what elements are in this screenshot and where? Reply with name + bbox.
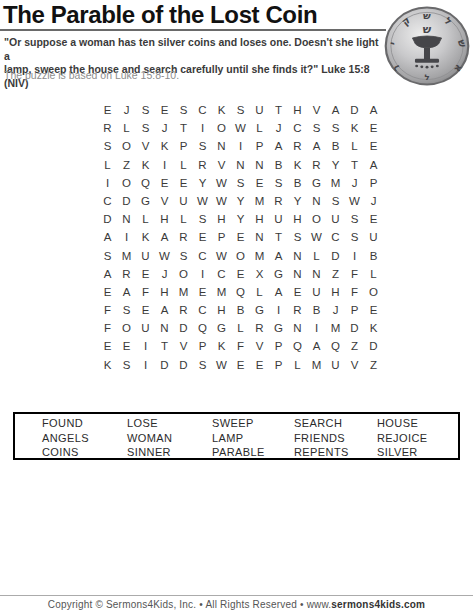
grid-cell-r10c8: E bbox=[231, 265, 250, 283]
footer-divider bbox=[0, 595, 473, 596]
word-list-item: REPENTS bbox=[294, 445, 377, 460]
grid-cell-r13c4: N bbox=[155, 319, 174, 337]
grid-cell-r4c4: I bbox=[155, 156, 174, 174]
grid-cell-r5c15: P bbox=[364, 174, 383, 192]
grid-cell-r15c1: K bbox=[98, 356, 117, 374]
grid-cell-r13c15: K bbox=[364, 319, 383, 337]
grid-cell-r12c12: B bbox=[307, 301, 326, 319]
grid-cell-r12c3: E bbox=[136, 301, 155, 319]
grid-cell-r14c1: E bbox=[98, 337, 117, 355]
grid-cell-r11c9: L bbox=[250, 283, 269, 301]
grid-cell-r3c7: N bbox=[212, 137, 231, 155]
grid-cell-r14c10: P bbox=[269, 337, 288, 355]
word-list-column-1: FOUNDANGELSCOINS bbox=[42, 416, 127, 460]
grid-cell-r6c6: W bbox=[193, 192, 212, 210]
grid-cell-r6c5: U bbox=[174, 192, 193, 210]
grid-cell-r12c15: E bbox=[364, 301, 383, 319]
grid-cell-r2c11: C bbox=[288, 119, 307, 137]
grid-cell-r13c2: O bbox=[117, 319, 136, 337]
grid-cell-r6c2: D bbox=[117, 192, 136, 210]
grid-cell-r9c4: W bbox=[155, 247, 174, 265]
grid-cell-r9c11: N bbox=[288, 247, 307, 265]
grid-cell-r5c9: E bbox=[250, 174, 269, 192]
grid-cell-r9c13: D bbox=[326, 247, 345, 265]
grid-cell-r9c3: U bbox=[136, 247, 155, 265]
grid-cell-r11c12: U bbox=[307, 283, 326, 301]
grid-cell-r5c11: B bbox=[288, 174, 307, 192]
grid-cell-r3c4: K bbox=[155, 137, 174, 155]
grid-cell-r6c9: M bbox=[250, 192, 269, 210]
grid-cell-r10c13: Z bbox=[326, 265, 345, 283]
grid-cell-r14c4: T bbox=[155, 337, 174, 355]
grid-cell-r6c13: S bbox=[326, 192, 345, 210]
grid-cell-r12c11: R bbox=[288, 301, 307, 319]
grid-cell-r2c12: S bbox=[307, 119, 326, 137]
grid-cell-r11c2: A bbox=[117, 283, 136, 301]
shekel-coin-icon: ש ק ל י ש ר א ל ש bbox=[384, 6, 470, 86]
grid-cell-r9c7: W bbox=[212, 247, 231, 265]
grid-cell-r15c6: S bbox=[193, 356, 212, 374]
grid-cell-r13c1: F bbox=[98, 319, 117, 337]
grid-cell-r4c14: T bbox=[345, 156, 364, 174]
grid-cell-r4c2: Z bbox=[117, 156, 136, 174]
grid-cell-r10c4: J bbox=[155, 265, 174, 283]
grid-cell-r13c14: D bbox=[345, 319, 364, 337]
grid-cell-r15c5: D bbox=[174, 356, 193, 374]
word-list-item: PARABLE bbox=[212, 445, 294, 460]
grid-cell-r6c15: J bbox=[364, 192, 383, 210]
grid-cell-r9c10: A bbox=[269, 247, 288, 265]
grid-cell-r14c11: Q bbox=[288, 337, 307, 355]
footer-copyright: Copyright © Sermons4Kids, Inc. • All Rig… bbox=[0, 599, 473, 610]
grid-cell-r15c10: P bbox=[269, 356, 288, 374]
grid-cell-r12c14: P bbox=[345, 301, 364, 319]
grid-cell-r15c4: D bbox=[155, 356, 174, 374]
grid-cell-r15c2: S bbox=[117, 356, 136, 374]
grid-cell-r11c8: Q bbox=[231, 283, 250, 301]
grid-cell-r8c12: W bbox=[307, 228, 326, 246]
grid-cell-r6c14: W bbox=[345, 192, 364, 210]
grid-cell-r8c7: P bbox=[212, 228, 231, 246]
grid-cell-r7c1: D bbox=[98, 210, 117, 228]
grid-cell-r3c3: V bbox=[136, 137, 155, 155]
grid-cell-r8c14: S bbox=[345, 228, 364, 246]
grid-cell-r15c3: I bbox=[136, 356, 155, 374]
grid-cell-r5c1: I bbox=[98, 174, 117, 192]
grid-cell-r5c6: Y bbox=[193, 174, 212, 192]
grid-cell-r13c8: L bbox=[231, 319, 250, 337]
grid-cell-r11c6: E bbox=[193, 283, 212, 301]
grid-cell-r6c10: R bbox=[269, 192, 288, 210]
grid-cell-r14c5: V bbox=[174, 337, 193, 355]
grid-cell-r5c10: S bbox=[269, 174, 288, 192]
grid-cell-r15c12: M bbox=[307, 356, 326, 374]
word-list-item: LAMP bbox=[212, 431, 294, 446]
grid-cell-r9c5: S bbox=[174, 247, 193, 265]
grid-cell-r1c1: E bbox=[98, 101, 117, 119]
word-list: FOUNDANGELSCOINSLOSEWOMANSINNERSWEEPLAMP… bbox=[13, 412, 460, 460]
grid-cell-r14c3: I bbox=[136, 337, 155, 355]
grid-cell-r2c7: O bbox=[212, 119, 231, 137]
word-list-item: ANGELS bbox=[42, 431, 127, 446]
grid-cell-r11c10: A bbox=[269, 283, 288, 301]
grid-cell-r13c11: N bbox=[288, 319, 307, 337]
grid-cell-r10c7: C bbox=[212, 265, 231, 283]
grid-cell-r14c13: Q bbox=[326, 337, 345, 355]
grid-cell-r4c15: A bbox=[364, 156, 383, 174]
word-list-item: SINNER bbox=[127, 445, 212, 460]
grid-cell-r6c8: Y bbox=[231, 192, 250, 210]
grid-cell-r10c10: G bbox=[269, 265, 288, 283]
word-list-item: COINS bbox=[42, 445, 127, 460]
grid-cell-r5c4: E bbox=[155, 174, 174, 192]
word-list-item: HOUSE bbox=[377, 416, 458, 431]
word-list-item: SEARCH bbox=[294, 416, 377, 431]
grid-cell-r8c10: T bbox=[269, 228, 288, 246]
grid-cell-r10c14: F bbox=[345, 265, 364, 283]
svg-text:ש: ש bbox=[423, 10, 431, 21]
grid-cell-r8c3: K bbox=[136, 228, 155, 246]
word-list-item: FRIENDS bbox=[294, 431, 377, 446]
grid-cell-r13c7: G bbox=[212, 319, 231, 337]
svg-text:ש: ש bbox=[423, 24, 432, 37]
grid-cell-r11c14: F bbox=[345, 283, 364, 301]
grid-cell-r4c3: K bbox=[136, 156, 155, 174]
grid-cell-r3c14: L bbox=[345, 137, 364, 155]
grid-cell-r7c3: L bbox=[136, 210, 155, 228]
grid-cell-r6c11: Y bbox=[288, 192, 307, 210]
grid-cell-r6c7: W bbox=[212, 192, 231, 210]
grid-cell-r11c11: E bbox=[288, 283, 307, 301]
footer-copyright-text: Copyright © Sermons4Kids, Inc. • All Rig… bbox=[48, 599, 332, 610]
grid-cell-r11c5: M bbox=[174, 283, 193, 301]
grid-cell-r7c4: H bbox=[155, 210, 174, 228]
grid-cell-r7c14: S bbox=[345, 210, 364, 228]
grid-cell-r3c12: A bbox=[307, 137, 326, 155]
grid-cell-r6c4: V bbox=[155, 192, 174, 210]
footer-site-link[interactable]: sermons4kids.com bbox=[331, 599, 425, 610]
grid-cell-r4c1: L bbox=[98, 156, 117, 174]
grid-cell-r1c13: A bbox=[326, 101, 345, 119]
grid-cell-r2c2: L bbox=[117, 119, 136, 137]
grid-cell-r4c6: R bbox=[193, 156, 212, 174]
grid-cell-r2c13: S bbox=[326, 119, 345, 137]
grid-cell-r9c8: O bbox=[231, 247, 250, 265]
grid-cell-r2c9: L bbox=[250, 119, 269, 137]
grid-cell-r11c1: E bbox=[98, 283, 117, 301]
title-divider bbox=[0, 29, 386, 31]
grid-cell-r15c11: L bbox=[288, 356, 307, 374]
grid-cell-r11c7: M bbox=[212, 283, 231, 301]
word-list-item: LOSE bbox=[127, 416, 212, 431]
grid-cell-r14c6: P bbox=[193, 337, 212, 355]
grid-cell-r8c13: C bbox=[326, 228, 345, 246]
grid-cell-r9c1: S bbox=[98, 247, 117, 265]
puzzle-basis-note: The puzzle is based on Luke 15:8-10. bbox=[4, 69, 179, 81]
grid-cell-r14c14: Z bbox=[345, 337, 364, 355]
grid-cell-r11c3: F bbox=[136, 283, 155, 301]
grid-cell-r4c9: N bbox=[250, 156, 269, 174]
grid-cell-r2c8: W bbox=[231, 119, 250, 137]
grid-cell-r8c4: A bbox=[155, 228, 174, 246]
grid-cell-r12c4: A bbox=[155, 301, 174, 319]
grid-cell-r15c7: W bbox=[212, 356, 231, 374]
grid-cell-r4c12: R bbox=[307, 156, 326, 174]
grid-cell-r8c6: E bbox=[193, 228, 212, 246]
word-list-item: REJOICE bbox=[377, 431, 458, 446]
grid-cell-r12c7: H bbox=[212, 301, 231, 319]
grid-cell-r12c8: B bbox=[231, 301, 250, 319]
grid-cell-r15c9: E bbox=[250, 356, 269, 374]
grid-cell-r10c6: I bbox=[193, 265, 212, 283]
grid-cell-r2c4: J bbox=[155, 119, 174, 137]
grid-cell-r12c1: F bbox=[98, 301, 117, 319]
grid-cell-r10c11: N bbox=[288, 265, 307, 283]
grid-cell-r4c8: N bbox=[231, 156, 250, 174]
grid-cell-r9c2: M bbox=[117, 247, 136, 265]
grid-cell-r15c13: U bbox=[326, 356, 345, 374]
grid-cell-r4c13: Y bbox=[326, 156, 345, 174]
grid-cell-r13c9: R bbox=[250, 319, 269, 337]
grid-cell-r3c15: E bbox=[364, 137, 383, 155]
grid-cell-r12c13: J bbox=[326, 301, 345, 319]
grid-cell-r15c8: E bbox=[231, 356, 250, 374]
grid-cell-r13c13: M bbox=[326, 319, 345, 337]
grid-cell-r7c12: O bbox=[307, 210, 326, 228]
grid-cell-r1c10: T bbox=[269, 101, 288, 119]
grid-cell-r3c9: P bbox=[250, 137, 269, 155]
grid-cell-r13c6: Q bbox=[193, 319, 212, 337]
grid-cell-r14c7: K bbox=[212, 337, 231, 355]
word-list-column-5: HOUSEREJOICESILVER bbox=[377, 416, 458, 460]
grid-cell-r9c14: I bbox=[345, 247, 364, 265]
grid-cell-r3c13: B bbox=[326, 137, 345, 155]
grid-cell-r14c2: E bbox=[117, 337, 136, 355]
grid-cell-r10c15: L bbox=[364, 265, 383, 283]
grid-cell-r14c8: F bbox=[231, 337, 250, 355]
grid-cell-r12c10: I bbox=[269, 301, 288, 319]
grid-cell-r1c15: A bbox=[364, 101, 383, 119]
grid-cell-r8c5: R bbox=[174, 228, 193, 246]
grid-cell-r9c15: B bbox=[364, 247, 383, 265]
grid-cell-r5c13: M bbox=[326, 174, 345, 192]
grid-cell-r3c11: R bbox=[288, 137, 307, 155]
grid-cell-r9c9: M bbox=[250, 247, 269, 265]
grid-cell-r5c3: Q bbox=[136, 174, 155, 192]
grid-cell-r5c5: E bbox=[174, 174, 193, 192]
grid-cell-r10c12: N bbox=[307, 265, 326, 283]
grid-cell-r14c15: D bbox=[364, 337, 383, 355]
grid-cell-r12c2: S bbox=[117, 301, 136, 319]
word-list-column-2: LOSEWOMANSINNER bbox=[127, 416, 212, 460]
word-list-column-4: SEARCHFRIENDSREPENTS bbox=[294, 416, 377, 460]
grid-cell-r2c15: E bbox=[364, 119, 383, 137]
grid-cell-r1c3: S bbox=[136, 101, 155, 119]
grid-cell-r5c2: O bbox=[117, 174, 136, 192]
word-search-grid: EJSESCKSUTHVADARLSJTIOWLJCSSKESOVKPSNIPA… bbox=[98, 101, 383, 374]
grid-cell-r7c11: H bbox=[288, 210, 307, 228]
grid-cell-r13c5: D bbox=[174, 319, 193, 337]
grid-cell-r14c12: A bbox=[307, 337, 326, 355]
grid-cell-r12c5: R bbox=[174, 301, 193, 319]
grid-cell-r7c7: H bbox=[212, 210, 231, 228]
grid-cell-r4c11: K bbox=[288, 156, 307, 174]
grid-cell-r3c5: P bbox=[174, 137, 193, 155]
worksheet-page: The Parable of the Lost Coin "Or suppose… bbox=[0, 0, 473, 614]
grid-cell-r5c7: W bbox=[212, 174, 231, 192]
grid-cell-r9c6: C bbox=[193, 247, 212, 265]
grid-cell-r7c9: H bbox=[250, 210, 269, 228]
grid-cell-r1c7: K bbox=[212, 101, 231, 119]
scripture-quote-line1: "Or suppose a woman has ten silver coins… bbox=[4, 36, 378, 62]
grid-cell-r5c12: G bbox=[307, 174, 326, 192]
grid-cell-r1c12: V bbox=[307, 101, 326, 119]
scripture-quote: "Or suppose a woman has ten silver coins… bbox=[4, 36, 386, 90]
grid-cell-r4c5: L bbox=[174, 156, 193, 174]
grid-cell-r11c4: H bbox=[155, 283, 174, 301]
grid-cell-r7c5: L bbox=[174, 210, 193, 228]
grid-cell-r2c3: S bbox=[136, 119, 155, 137]
grid-cell-r7c2: N bbox=[117, 210, 136, 228]
grid-cell-r8c9: N bbox=[250, 228, 269, 246]
grid-cell-r3c10: A bbox=[269, 137, 288, 155]
grid-cell-r4c7: V bbox=[212, 156, 231, 174]
grid-cell-r6c1: C bbox=[98, 192, 117, 210]
grid-cell-r7c13: U bbox=[326, 210, 345, 228]
grid-cell-r1c4: E bbox=[155, 101, 174, 119]
grid-cell-r3c6: S bbox=[193, 137, 212, 155]
grid-cell-r1c6: C bbox=[193, 101, 212, 119]
grid-cell-r6c3: G bbox=[136, 192, 155, 210]
grid-cell-r10c3: E bbox=[136, 265, 155, 283]
grid-cell-r7c10: U bbox=[269, 210, 288, 228]
grid-cell-r1c8: S bbox=[231, 101, 250, 119]
grid-cell-r7c8: Y bbox=[231, 210, 250, 228]
grid-cell-r1c11: H bbox=[288, 101, 307, 119]
grid-cell-r1c2: J bbox=[117, 101, 136, 119]
grid-cell-r8c1: A bbox=[98, 228, 117, 246]
grid-cell-r6c12: N bbox=[307, 192, 326, 210]
grid-cell-r11c13: H bbox=[326, 283, 345, 301]
word-list-item: SWEEP bbox=[212, 416, 294, 431]
grid-cell-r5c8: S bbox=[231, 174, 250, 192]
grid-cell-r14c9: V bbox=[250, 337, 269, 355]
grid-cell-r1c14: D bbox=[345, 101, 364, 119]
grid-cell-r3c1: S bbox=[98, 137, 117, 155]
grid-cell-r8c8: E bbox=[231, 228, 250, 246]
grid-cell-r13c10: G bbox=[269, 319, 288, 337]
page-title: The Parable of the Lost Coin bbox=[3, 1, 317, 29]
grid-cell-r10c9: X bbox=[250, 265, 269, 283]
grid-cell-r3c2: O bbox=[117, 137, 136, 155]
grid-cell-r2c6: I bbox=[193, 119, 212, 137]
grid-cell-r12c9: G bbox=[250, 301, 269, 319]
grid-cell-r9c12: L bbox=[307, 247, 326, 265]
grid-cell-r4c10: B bbox=[269, 156, 288, 174]
grid-cell-r15c15: Z bbox=[364, 356, 383, 374]
grid-cell-r2c14: K bbox=[345, 119, 364, 137]
grid-cell-r7c15: E bbox=[364, 210, 383, 228]
word-list-item: WOMAN bbox=[127, 431, 212, 446]
grid-cell-r10c5: O bbox=[174, 265, 193, 283]
grid-cell-r1c5: S bbox=[174, 101, 193, 119]
word-list-item: SILVER bbox=[377, 445, 458, 460]
grid-cell-r2c5: T bbox=[174, 119, 193, 137]
word-list-item: FOUND bbox=[42, 416, 127, 431]
grid-cell-r8c2: I bbox=[117, 228, 136, 246]
grid-cell-r15c14: V bbox=[345, 356, 364, 374]
grid-cell-r2c1: R bbox=[98, 119, 117, 137]
grid-cell-r13c3: U bbox=[136, 319, 155, 337]
grid-cell-r8c15: U bbox=[364, 228, 383, 246]
grid-cell-r13c12: I bbox=[307, 319, 326, 337]
grid-cell-r10c1: A bbox=[98, 265, 117, 283]
grid-cell-r7c6: S bbox=[193, 210, 212, 228]
grid-cell-r10c2: R bbox=[117, 265, 136, 283]
grid-cell-r12c6: C bbox=[193, 301, 212, 319]
grid-cell-r11c15: O bbox=[364, 283, 383, 301]
grid-cell-r5c14: J bbox=[345, 174, 364, 192]
grid-cell-r2c10: J bbox=[269, 119, 288, 137]
grid-cell-r8c11: S bbox=[288, 228, 307, 246]
word-list-column-3: SWEEPLAMPPARABLE bbox=[212, 416, 294, 460]
grid-cell-r1c9: U bbox=[250, 101, 269, 119]
grid-cell-r3c8: I bbox=[231, 137, 250, 155]
svg-text:ל: ל bbox=[424, 73, 429, 83]
